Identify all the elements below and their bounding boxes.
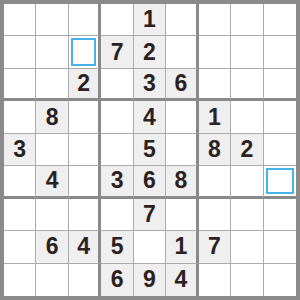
sudoku-board: 17223684135824368764517694 (0, 0, 300, 300)
cell-r6c8[interactable] (231, 166, 263, 198)
cell-r5c1[interactable]: 3 (4, 134, 36, 166)
cell-r6c1[interactable] (4, 166, 36, 198)
cell-r2c6[interactable] (166, 36, 198, 68)
cell-r9c9[interactable] (264, 264, 296, 296)
cell-r3c9[interactable] (264, 69, 296, 101)
cell-r7c3[interactable] (69, 199, 101, 231)
cell-r1c8[interactable] (231, 4, 263, 36)
cell-r7c7[interactable] (199, 199, 231, 231)
cell-r3c6[interactable]: 6 (166, 69, 198, 101)
cell-r8c5[interactable] (134, 231, 166, 263)
cell-r7c9[interactable] (264, 199, 296, 231)
cell-r4c6[interactable] (166, 101, 198, 133)
cell-r9c2[interactable] (36, 264, 68, 296)
cell-r5c2[interactable] (36, 134, 68, 166)
cell-r5c4[interactable] (101, 134, 133, 166)
cell-r1c6[interactable] (166, 4, 198, 36)
cell-r7c4[interactable] (101, 199, 133, 231)
cell-r6c5[interactable]: 6 (134, 166, 166, 198)
cell-r1c5[interactable]: 1 (134, 4, 166, 36)
cell-r1c1[interactable] (4, 4, 36, 36)
cell-r8c8[interactable] (231, 231, 263, 263)
cell-r2c7[interactable] (199, 36, 231, 68)
cell-r9c1[interactable] (4, 264, 36, 296)
cell-r4c4[interactable] (101, 101, 133, 133)
cell-r5c5[interactable]: 5 (134, 134, 166, 166)
cell-r7c8[interactable] (231, 199, 263, 231)
cell-r1c3[interactable] (69, 4, 101, 36)
cell-r6c2[interactable]: 4 (36, 166, 68, 198)
cell-r6c9[interactable] (264, 166, 296, 198)
cell-r4c9[interactable] (264, 101, 296, 133)
cell-r5c3[interactable] (69, 134, 101, 166)
cell-r8c4[interactable]: 5 (101, 231, 133, 263)
cell-r8c6[interactable]: 1 (166, 231, 198, 263)
cell-r2c1[interactable] (4, 36, 36, 68)
cell-r4c3[interactable] (69, 101, 101, 133)
cell-r5c9[interactable] (264, 134, 296, 166)
cell-r7c2[interactable] (36, 199, 68, 231)
cell-r2c5[interactable]: 2 (134, 36, 166, 68)
cell-r4c2[interactable]: 8 (36, 101, 68, 133)
cell-r5c6[interactable] (166, 134, 198, 166)
cell-r6c4[interactable]: 3 (101, 166, 133, 198)
cell-r5c8[interactable]: 2 (231, 134, 263, 166)
cell-r2c3[interactable] (69, 36, 101, 68)
cell-r6c7[interactable] (199, 166, 231, 198)
cell-r8c2[interactable]: 6 (36, 231, 68, 263)
cell-r1c2[interactable] (36, 4, 68, 36)
cell-r3c7[interactable] (199, 69, 231, 101)
cell-r3c2[interactable] (36, 69, 68, 101)
cell-r6c3[interactable] (69, 166, 101, 198)
cell-r3c1[interactable] (4, 69, 36, 101)
cell-r9c4[interactable]: 6 (101, 264, 133, 296)
cell-r5c7[interactable]: 8 (199, 134, 231, 166)
cell-r1c7[interactable] (199, 4, 231, 36)
cell-r9c8[interactable] (231, 264, 263, 296)
cell-r2c2[interactable] (36, 36, 68, 68)
cell-r4c5[interactable]: 4 (134, 101, 166, 133)
cell-r7c1[interactable] (4, 199, 36, 231)
cell-r9c3[interactable] (69, 264, 101, 296)
cell-r8c3[interactable]: 4 (69, 231, 101, 263)
cell-r4c1[interactable] (4, 101, 36, 133)
cell-r1c4[interactable] (101, 4, 133, 36)
cell-r9c6[interactable]: 4 (166, 264, 198, 296)
cell-r3c5[interactable]: 3 (134, 69, 166, 101)
cell-r9c5[interactable]: 9 (134, 264, 166, 296)
cell-r7c5[interactable]: 7 (134, 199, 166, 231)
cell-r7c6[interactable] (166, 199, 198, 231)
cell-r6c6[interactable]: 8 (166, 166, 198, 198)
cell-r3c3[interactable]: 2 (69, 69, 101, 101)
cell-r4c7[interactable]: 1 (199, 101, 231, 133)
cell-r8c1[interactable] (4, 231, 36, 263)
cell-r2c9[interactable] (264, 36, 296, 68)
cell-r3c4[interactable] (101, 69, 133, 101)
cell-r2c8[interactable] (231, 36, 263, 68)
cell-r4c8[interactable] (231, 101, 263, 133)
cell-r3c8[interactable] (231, 69, 263, 101)
cell-r1c9[interactable] (264, 4, 296, 36)
cell-r2c4[interactable]: 7 (101, 36, 133, 68)
cell-r8c7[interactable]: 7 (199, 231, 231, 263)
cell-r8c9[interactable] (264, 231, 296, 263)
cell-r9c7[interactable] (199, 264, 231, 296)
